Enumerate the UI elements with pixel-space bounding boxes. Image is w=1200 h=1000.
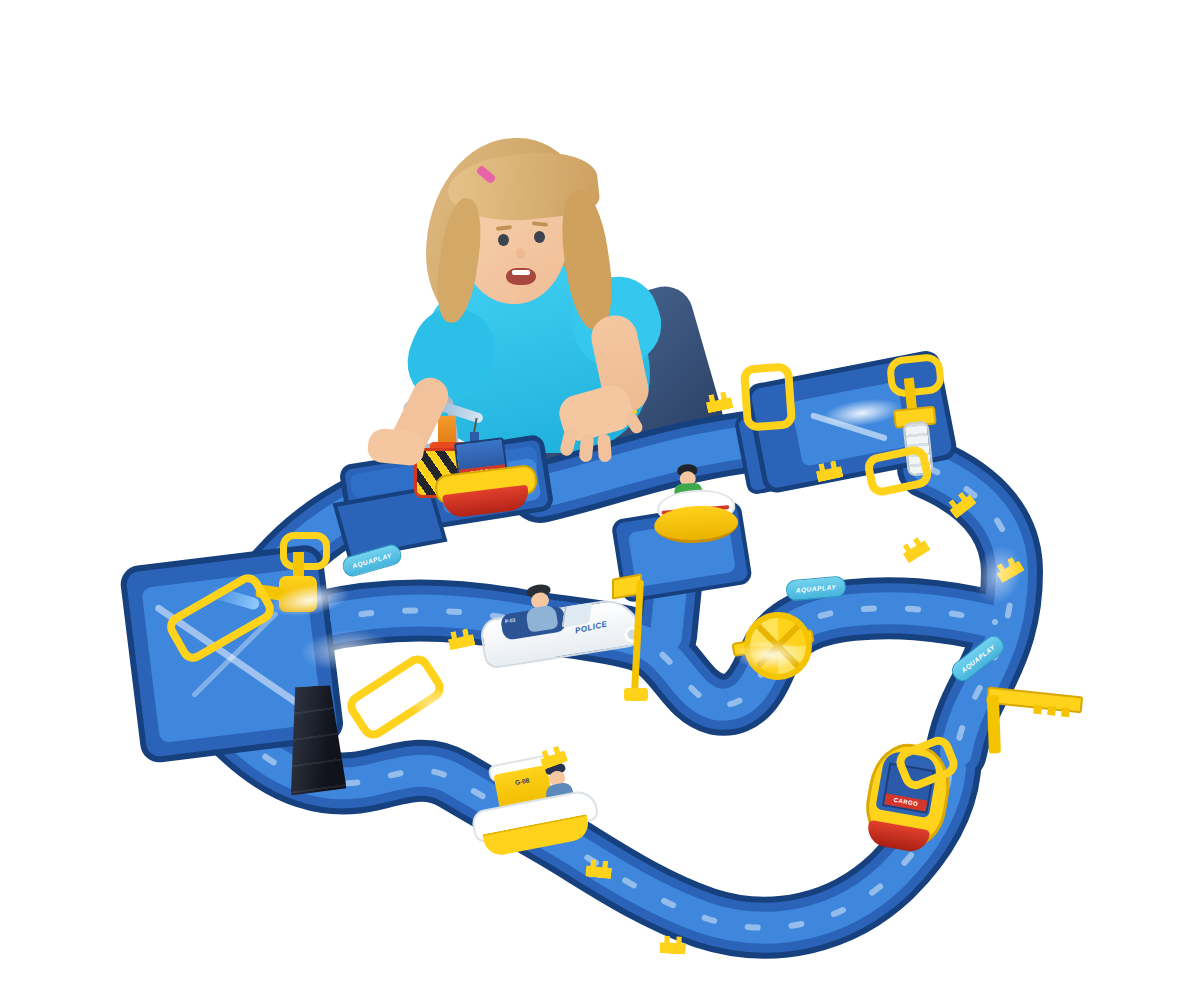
ferry-cabin-code: G-08: [514, 776, 530, 786]
waterway-svg: [0, 0, 1200, 1000]
signal-lever: [610, 572, 658, 707]
lever-base: [624, 688, 648, 701]
stop-gate-tooth-1: [1033, 704, 1042, 714]
water-splash: [735, 640, 805, 670]
left-pump-handle: [280, 532, 330, 570]
girl-left-hand: [366, 427, 425, 467]
lock-gate-harbor-left: [740, 362, 796, 431]
lever-pole: [631, 580, 644, 692]
police-figure-body: [525, 604, 558, 632]
stop-gate-assembly: [957, 666, 1082, 782]
harbor-pump-handle: [886, 353, 946, 399]
sticker-text: AQUAPLAY: [351, 552, 392, 570]
stop-gate-arm: [987, 695, 1001, 753]
speedboat: [643, 459, 747, 546]
product-photo-scene: CARGO P-03 POLICE G-08: [0, 0, 1200, 1000]
cargo-boat-crane: CARGO: [424, 430, 543, 523]
sticker-text: AQUAPLAY: [795, 583, 836, 594]
stop-gate-tooth-3: [1061, 707, 1070, 717]
girl-finger: [597, 434, 612, 463]
stop-gate-tooth-2: [1047, 706, 1056, 716]
